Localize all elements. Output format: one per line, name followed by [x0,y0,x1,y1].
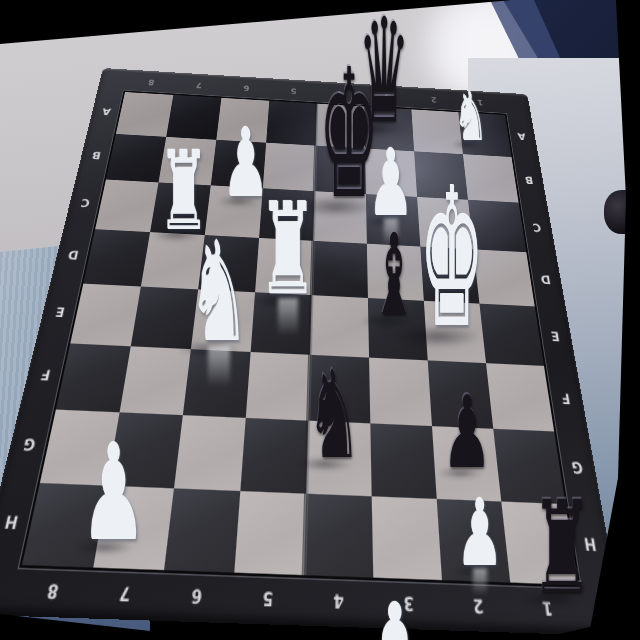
white-king-e2: ♚ [419,163,484,355]
white-knight-f6: ♞ [188,224,250,362]
white-pawn-h7: ♟ [81,427,148,560]
white-rook-e5: ♜ [259,187,318,313]
black-rook-h1: ♜ [530,484,593,612]
white-piece-table-front: ♟ [358,586,431,640]
pieces-layer: ♜♟♜♞♟♟♚♞♟♛♚♝♞♟♜♟ [0,0,640,640]
black-bishop-e3: ♝ [371,219,418,332]
white-knight-b1: ♞ [454,84,488,151]
black-knight-g4: ♞ [307,354,362,476]
black-pawn-g2: ♟ [442,383,492,483]
photo-stage: AABBCCDDEEFFGGHH8877665544332211 ♜♟♜♞♟♟♚… [0,0,640,640]
white-pawn-h2: ♟ [456,488,504,580]
